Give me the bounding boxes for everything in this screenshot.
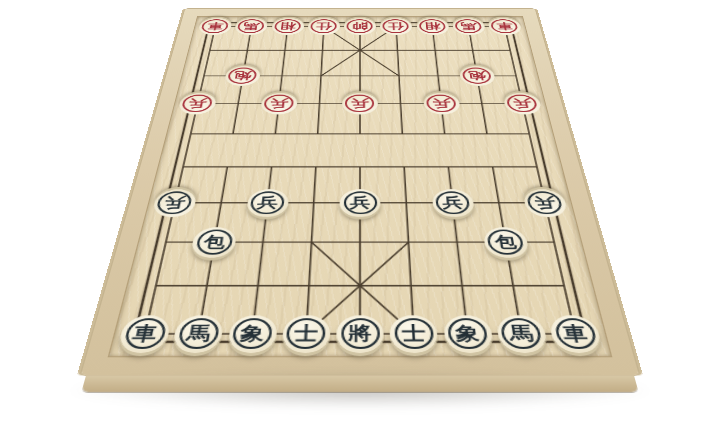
piece-ring: 炮 [462,68,493,84]
piece-black-chariot[interactable]: 車 [116,315,172,353]
piece-ring: 包 [486,230,525,255]
piece-character: 仕 [316,22,332,31]
piece-red-advisor[interactable]: 仕 [380,18,413,35]
piece-character: 兵 [442,196,464,210]
piece-red-advisor[interactable]: 仕 [307,18,340,35]
piece-ring: 馬 [176,319,220,350]
piece-character: 兵 [187,98,207,109]
piece-black-general[interactable]: 將 [336,315,384,353]
xiangqi-board-frame: 車馬相仕帥仕相馬車炮炮兵兵兵兵兵兵兵兵兵兵包包車馬象士將士象馬車 [81,9,639,375]
piece-character: 兵 [432,98,451,109]
piece-character: 兵 [163,196,187,210]
piece-character: 相 [279,22,296,31]
piece-ring: 兵 [181,95,214,113]
piece-ring: 士 [286,319,326,350]
pieces-layer: 車馬相仕帥仕相馬車炮炮兵兵兵兵兵兵兵兵兵兵包包車馬象士將士象馬車 [109,17,611,357]
piece-red-cannon[interactable]: 炮 [458,66,496,86]
piece-character: 兵 [512,98,532,109]
piece-black-chariot[interactable]: 車 [548,315,604,353]
piece-ring: 馬 [500,319,544,350]
piece-black-horse[interactable]: 馬 [171,315,225,353]
piece-black-soldier[interactable]: 兵 [245,189,289,217]
piece-black-soldier[interactable]: 兵 [339,189,380,217]
piece-ring: 兵 [426,95,457,113]
piece-character: 車 [496,22,514,31]
piece-character: 車 [131,324,159,343]
piece-character: 兵 [533,196,557,210]
board-grid[interactable]: 車馬相仕帥仕相馬車炮炮兵兵兵兵兵兵兵兵兵兵包包車馬象士將士象馬車 [109,17,611,357]
piece-black-cannon[interactable]: 包 [482,227,530,258]
piece-character: 炮 [468,71,487,81]
piece-ring: 兵 [343,191,377,214]
piece-character: 象 [239,324,265,343]
piece-ring: 兵 [263,95,294,113]
piece-black-soldier[interactable]: 兵 [151,189,198,217]
piece-character: 兵 [350,196,371,210]
piece-ring: 相 [274,19,302,33]
piece-red-soldier[interactable]: 兵 [342,93,378,115]
piece-ring: 車 [490,19,519,33]
piece-character: 馬 [185,324,212,343]
piece-character: 包 [494,234,518,249]
piece-character: 馬 [460,22,477,31]
piece-ring: 兵 [526,191,564,214]
piece-red-horse[interactable]: 馬 [451,18,486,35]
piece-red-cannon[interactable]: 炮 [224,66,262,86]
piece-ring: 帥 [347,19,373,33]
piece-ring: 兵 [345,95,374,113]
piece-character: 將 [348,324,372,343]
piece-ring: 士 [394,319,434,350]
piece-red-elephant[interactable]: 相 [416,18,450,35]
piece-character: 車 [561,324,589,343]
piece-red-horse[interactable]: 馬 [234,18,269,35]
piece-character: 相 [424,22,441,31]
piece-character: 士 [402,324,427,343]
piece-red-chariot[interactable]: 車 [197,18,233,35]
board-scene: 車馬相仕帥仕相馬車炮炮兵兵兵兵兵兵兵兵兵兵包包車馬象士將士象馬車 [81,9,639,375]
piece-black-elephant[interactable]: 象 [442,315,494,353]
piece-red-elephant[interactable]: 相 [271,18,305,35]
piece-black-elephant[interactable]: 象 [226,315,278,353]
piece-ring: 仕 [310,19,337,33]
piece-red-chariot[interactable]: 車 [487,18,523,35]
piece-ring: 馬 [237,19,265,33]
piece-ring: 兵 [155,191,193,214]
piece-red-general[interactable]: 帥 [344,18,376,35]
piece-ring: 包 [195,230,234,255]
piece-black-cannon[interactable]: 包 [190,227,238,258]
photo-background: 車馬相仕帥仕相馬車炮炮兵兵兵兵兵兵兵兵兵兵包包車馬象士將士象馬車 [0,0,720,432]
piece-character: 仕 [388,22,404,31]
piece-black-soldier[interactable]: 兵 [431,189,475,217]
piece-ring: 車 [553,319,599,350]
piece-ring: 兵 [506,95,539,113]
piece-black-advisor[interactable]: 士 [281,315,330,353]
piece-character: 馬 [508,324,535,343]
piece-red-soldier[interactable]: 兵 [422,93,460,115]
piece-ring: 將 [340,319,379,350]
piece-character: 兵 [256,196,278,210]
piece-character: 士 [294,324,319,343]
piece-black-advisor[interactable]: 士 [390,315,439,353]
piece-character: 兵 [351,98,369,109]
piece-ring: 象 [447,319,489,350]
piece-ring: 車 [122,319,168,350]
piece-character: 象 [455,324,481,343]
piece-ring: 兵 [249,191,285,214]
piece-black-soldier[interactable]: 兵 [522,189,569,217]
piece-character: 車 [206,22,224,31]
piece-black-horse[interactable]: 馬 [495,315,549,353]
piece-red-soldier[interactable]: 兵 [502,93,543,115]
piece-red-soldier[interactable]: 兵 [177,93,218,115]
piece-ring: 兵 [435,191,471,214]
piece-ring: 仕 [383,19,410,33]
piece-ring: 象 [231,319,273,350]
piece-character: 馬 [243,22,260,31]
piece-character: 帥 [352,22,368,31]
piece-ring: 相 [419,19,447,33]
piece-red-soldier[interactable]: 兵 [259,93,297,115]
piece-character: 包 [202,234,226,249]
piece-ring: 車 [201,19,230,33]
piece-ring: 馬 [455,19,483,33]
piece-ring: 炮 [227,68,258,84]
piece-character: 兵 [269,98,288,109]
piece-character: 炮 [233,71,252,81]
